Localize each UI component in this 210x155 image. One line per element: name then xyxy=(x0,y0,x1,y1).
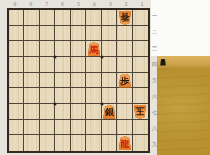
board-cell[interactable] xyxy=(133,41,148,57)
board-cell[interactable] xyxy=(9,10,24,26)
board-cell[interactable] xyxy=(102,135,117,151)
board-cell[interactable] xyxy=(40,41,55,57)
board-cell[interactable] xyxy=(40,135,55,151)
shogi-piece-3七[interactable]: 銀 xyxy=(103,105,116,119)
board-cell[interactable] xyxy=(86,57,101,73)
board-cell[interactable] xyxy=(71,104,86,120)
shogi-piece-1七[interactable]: 玉 xyxy=(134,105,147,119)
board-cell[interactable] xyxy=(86,135,101,151)
board-cell[interactable] xyxy=(40,120,55,136)
shogi-piece-4三[interactable]: 馬 xyxy=(87,42,100,56)
piece-body: 香 xyxy=(118,11,131,25)
shogi-piece-2九[interactable]: 龍 xyxy=(118,136,131,150)
board-cell[interactable] xyxy=(9,135,24,151)
board-cell[interactable] xyxy=(9,57,24,73)
file-label: 2 xyxy=(118,0,134,8)
board-cell[interactable] xyxy=(86,120,101,136)
board-cell[interactable] xyxy=(40,73,55,89)
board-cell[interactable] xyxy=(24,41,39,57)
board-cell[interactable] xyxy=(102,57,117,73)
board-cell[interactable] xyxy=(71,88,86,104)
file-label: 8 xyxy=(23,0,39,8)
file-label: 6 xyxy=(55,0,71,8)
board-cell[interactable] xyxy=(9,120,24,136)
piece-body: 馬 xyxy=(87,42,100,56)
komadai-hand-area[interactable] xyxy=(157,68,210,155)
board-cell[interactable] xyxy=(86,104,101,120)
komadai-sente[interactable] xyxy=(157,56,210,155)
board-cell[interactable] xyxy=(55,73,70,89)
board-cell[interactable] xyxy=(55,41,70,57)
board-cell[interactable] xyxy=(133,88,148,104)
piece-kanji: 銀 xyxy=(105,108,114,117)
star-point xyxy=(54,56,57,59)
board-cell[interactable] xyxy=(24,10,39,26)
board-cell[interactable] xyxy=(71,135,86,151)
star-point xyxy=(100,56,103,59)
board-cell[interactable] xyxy=(133,26,148,42)
board-cell[interactable] xyxy=(24,26,39,42)
shogi-board: 香馬歩銀玉龍 xyxy=(7,8,150,153)
board-cell[interactable] xyxy=(40,57,55,73)
board-cell[interactable] xyxy=(55,135,70,151)
board-cell[interactable] xyxy=(86,73,101,89)
board-cell[interactable] xyxy=(24,57,39,73)
board-cell[interactable] xyxy=(24,88,39,104)
piece-body: 玉 xyxy=(134,105,147,119)
piece-kanji: 龍 xyxy=(120,140,129,149)
file-label: 9 xyxy=(7,0,23,8)
piece-body: 龍 xyxy=(118,136,131,150)
piece-kanji: 歩 xyxy=(120,77,129,86)
file-label: 1 xyxy=(134,0,150,8)
board-cell[interactable] xyxy=(55,104,70,120)
board-cell[interactable] xyxy=(117,104,132,120)
piece-body: 銀 xyxy=(103,105,116,119)
board-cell[interactable] xyxy=(102,41,117,57)
star-point xyxy=(54,103,57,106)
board-cell[interactable] xyxy=(55,120,70,136)
board-cell[interactable] xyxy=(86,88,101,104)
board-cell[interactable] xyxy=(71,73,86,89)
board-cell[interactable] xyxy=(24,120,39,136)
board-cell[interactable] xyxy=(40,104,55,120)
board-cell[interactable] xyxy=(55,57,70,73)
board-cell[interactable] xyxy=(40,10,55,26)
board-cell[interactable] xyxy=(40,26,55,42)
komadai-header xyxy=(157,56,210,68)
board-cell[interactable] xyxy=(133,10,148,26)
piece-body: 歩 xyxy=(118,74,131,88)
board-cell[interactable] xyxy=(71,26,86,42)
board-cell[interactable] xyxy=(55,26,70,42)
piece-kanji: 玉 xyxy=(136,106,145,115)
board-cell[interactable] xyxy=(133,57,148,73)
board-cell[interactable] xyxy=(102,26,117,42)
file-label: 4 xyxy=(86,0,102,8)
board-cell[interactable] xyxy=(24,104,39,120)
board-cell[interactable] xyxy=(117,26,132,42)
board-cell[interactable] xyxy=(133,135,148,151)
shogi-piece-2一[interactable]: 香 xyxy=(118,11,131,25)
piece-kanji: 香 xyxy=(120,12,129,21)
shogi-piece-2五[interactable]: 歩 xyxy=(118,74,131,88)
board-cell[interactable] xyxy=(102,10,117,26)
rank-label: 二 xyxy=(150,24,159,40)
piece-kanji: 馬 xyxy=(89,46,98,55)
board-cell[interactable] xyxy=(86,26,101,42)
board-cell[interactable] xyxy=(102,73,117,89)
board-cell[interactable] xyxy=(55,10,70,26)
board-cell[interactable] xyxy=(117,41,132,57)
board-cell[interactable] xyxy=(71,120,86,136)
file-labels: 987654321 xyxy=(7,0,150,8)
file-label: 5 xyxy=(71,0,87,8)
board-cell[interactable] xyxy=(117,120,132,136)
sente-piece-icon xyxy=(160,59,166,66)
board-grid: 香馬歩銀玉龍 xyxy=(9,10,148,151)
board-cell[interactable] xyxy=(117,57,132,73)
board-cell[interactable] xyxy=(117,88,132,104)
board-cell[interactable] xyxy=(102,120,117,136)
board-cell[interactable] xyxy=(9,88,24,104)
file-label: 7 xyxy=(39,0,55,8)
board-cell[interactable] xyxy=(71,41,86,57)
rank-label: 三 xyxy=(150,40,159,56)
file-label: 3 xyxy=(102,0,118,8)
board-cell[interactable] xyxy=(71,10,86,26)
board-cell[interactable] xyxy=(55,88,70,104)
board-cell[interactable] xyxy=(24,135,39,151)
board-cell[interactable] xyxy=(71,57,86,73)
board-cell[interactable] xyxy=(133,73,148,89)
board-cell[interactable] xyxy=(40,88,55,104)
board-cell[interactable] xyxy=(9,104,24,120)
board-cell[interactable] xyxy=(102,88,117,104)
background-area xyxy=(151,0,210,56)
board-cell[interactable] xyxy=(24,73,39,89)
board-cell[interactable] xyxy=(9,73,24,89)
board-cell[interactable] xyxy=(9,41,24,57)
board-cell[interactable] xyxy=(9,26,24,42)
board-cell[interactable] xyxy=(133,120,148,136)
rank-label: 一 xyxy=(150,8,159,24)
board-cell[interactable] xyxy=(86,10,101,26)
